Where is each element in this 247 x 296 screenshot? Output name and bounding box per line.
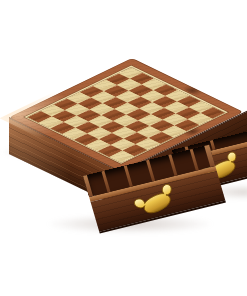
product-photo	[0, 0, 247, 296]
compartment-divider	[190, 149, 199, 171]
compartment-divider	[124, 165, 133, 187]
compartment-divider	[146, 160, 155, 182]
compartment-divider	[168, 154, 177, 176]
compartment-divider	[210, 140, 216, 150]
compartment-divider	[101, 171, 110, 193]
